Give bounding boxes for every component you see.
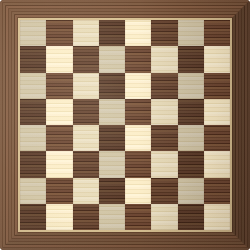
square-c3[interactable] bbox=[73, 151, 99, 177]
chessboard bbox=[0, 0, 250, 250]
square-d4[interactable] bbox=[99, 125, 125, 151]
square-g4[interactable] bbox=[178, 125, 204, 151]
square-d7[interactable] bbox=[99, 46, 125, 72]
square-g2[interactable] bbox=[178, 178, 204, 204]
frame-rail-right bbox=[230, 0, 250, 250]
square-e4[interactable] bbox=[125, 125, 151, 151]
square-h7[interactable] bbox=[204, 46, 230, 72]
square-e6[interactable] bbox=[125, 73, 151, 99]
square-b5[interactable] bbox=[46, 99, 72, 125]
square-a7[interactable] bbox=[20, 46, 46, 72]
square-e5[interactable] bbox=[125, 99, 151, 125]
square-f7[interactable] bbox=[151, 46, 177, 72]
square-e8[interactable] bbox=[125, 20, 151, 46]
square-b3[interactable] bbox=[46, 151, 72, 177]
square-c8[interactable] bbox=[73, 20, 99, 46]
square-h2[interactable] bbox=[204, 178, 230, 204]
square-e7[interactable] bbox=[125, 46, 151, 72]
square-c6[interactable] bbox=[73, 73, 99, 99]
square-a2[interactable] bbox=[20, 178, 46, 204]
square-d5[interactable] bbox=[99, 99, 125, 125]
square-h1[interactable] bbox=[204, 204, 230, 230]
square-g8[interactable] bbox=[178, 20, 204, 46]
square-b8[interactable] bbox=[46, 20, 72, 46]
square-f8[interactable] bbox=[151, 20, 177, 46]
square-a4[interactable] bbox=[20, 125, 46, 151]
square-a5[interactable] bbox=[20, 99, 46, 125]
square-h3[interactable] bbox=[204, 151, 230, 177]
square-b7[interactable] bbox=[46, 46, 72, 72]
square-b6[interactable] bbox=[46, 73, 72, 99]
square-g7[interactable] bbox=[178, 46, 204, 72]
square-a3[interactable] bbox=[20, 151, 46, 177]
square-h6[interactable] bbox=[204, 73, 230, 99]
square-d8[interactable] bbox=[99, 20, 125, 46]
frame-rail-bottom bbox=[0, 230, 250, 250]
square-g5[interactable] bbox=[178, 99, 204, 125]
square-g3[interactable] bbox=[178, 151, 204, 177]
square-b4[interactable] bbox=[46, 125, 72, 151]
square-h4[interactable] bbox=[204, 125, 230, 151]
square-e3[interactable] bbox=[125, 151, 151, 177]
frame-rail-top bbox=[0, 0, 250, 20]
square-e1[interactable] bbox=[125, 204, 151, 230]
square-h8[interactable] bbox=[204, 20, 230, 46]
square-h5[interactable] bbox=[204, 99, 230, 125]
square-c4[interactable] bbox=[73, 125, 99, 151]
frame-rail-left bbox=[0, 0, 20, 250]
square-f3[interactable] bbox=[151, 151, 177, 177]
square-e2[interactable] bbox=[125, 178, 151, 204]
square-d3[interactable] bbox=[99, 151, 125, 177]
square-b2[interactable] bbox=[46, 178, 72, 204]
square-c7[interactable] bbox=[73, 46, 99, 72]
square-f1[interactable] bbox=[151, 204, 177, 230]
square-f6[interactable] bbox=[151, 73, 177, 99]
square-a1[interactable] bbox=[20, 204, 46, 230]
board-squares bbox=[18, 18, 232, 232]
square-f4[interactable] bbox=[151, 125, 177, 151]
square-d6[interactable] bbox=[99, 73, 125, 99]
square-f2[interactable] bbox=[151, 178, 177, 204]
square-g1[interactable] bbox=[178, 204, 204, 230]
square-b1[interactable] bbox=[46, 204, 72, 230]
square-c2[interactable] bbox=[73, 178, 99, 204]
square-f5[interactable] bbox=[151, 99, 177, 125]
square-a8[interactable] bbox=[20, 20, 46, 46]
square-g6[interactable] bbox=[178, 73, 204, 99]
square-d1[interactable] bbox=[99, 204, 125, 230]
square-c5[interactable] bbox=[73, 99, 99, 125]
square-a6[interactable] bbox=[20, 73, 46, 99]
square-c1[interactable] bbox=[73, 204, 99, 230]
square-d2[interactable] bbox=[99, 178, 125, 204]
